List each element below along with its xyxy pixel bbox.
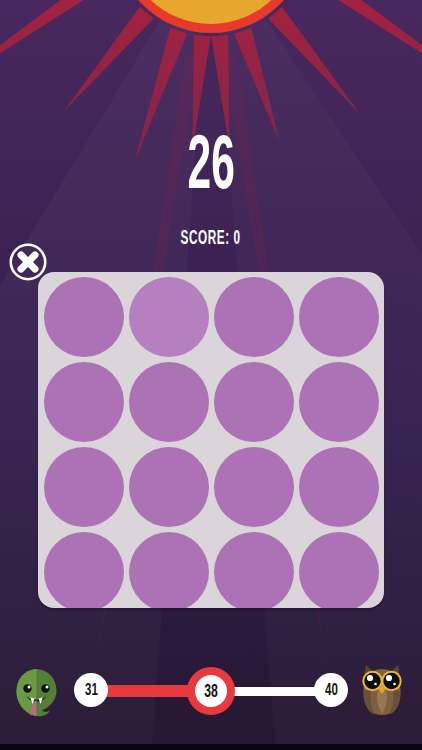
dot-r3c3[interactable] — [214, 447, 294, 527]
dot-r4c3[interactable] — [214, 532, 294, 609]
dot-r1c4[interactable] — [299, 277, 379, 357]
dot-r3c1[interactable] — [44, 447, 124, 527]
dot-r3c4[interactable] — [299, 447, 379, 527]
dot-r1c1[interactable] — [44, 277, 124, 357]
owl-icon — [356, 663, 408, 719]
milestone-end: 40 — [314, 673, 348, 707]
bottom-strip — [0, 744, 422, 750]
milestone-current: 38 — [187, 667, 235, 715]
dot-r1c2-odd[interactable] — [129, 277, 209, 357]
dot-r4c1[interactable] — [44, 532, 124, 609]
game-board — [38, 272, 384, 608]
snake-icon — [14, 667, 59, 719]
score-text: SCORE: 0 — [0, 226, 422, 247]
dot-r2c1[interactable] — [44, 362, 124, 442]
dot-r2c3[interactable] — [214, 362, 294, 442]
dot-r1c3[interactable] — [214, 277, 294, 357]
dot-r2c4[interactable] — [299, 362, 379, 442]
dot-r2c2[interactable] — [129, 362, 209, 442]
dot-r4c4[interactable] — [299, 532, 379, 609]
level-number: 26 — [0, 124, 422, 200]
dot-r3c2[interactable] — [129, 447, 209, 527]
milestone-start: 31 — [74, 673, 108, 707]
dot-r4c2[interactable] — [129, 532, 209, 609]
game-screen: 26 SCORE: 0 31 38 40 — [0, 0, 422, 750]
